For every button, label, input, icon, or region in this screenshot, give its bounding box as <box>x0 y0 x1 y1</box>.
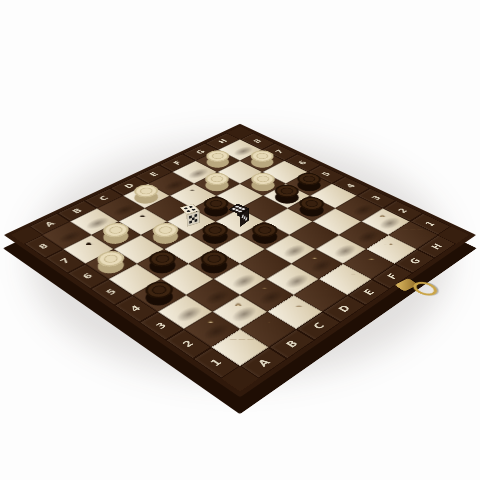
wooden-chess-box: ABCDEFGH8♟♟♟♟♟♞8776655443♟♟♟♟♟32♜♞♝♛♚♝♞♜… <box>4 124 476 398</box>
perspective-scene: ABCDEFGH8♟♟♟♟♟♞8776655443♟♟♟♟♟32♜♞♝♛♚♝♞♜… <box>73 68 407 402</box>
white-die-face-south <box>186 211 200 227</box>
black-die <box>228 216 249 227</box>
white-die <box>180 216 200 227</box>
chess-board-grid: ABCDEFGH8♟♟♟♟♟♞8776655443♟♟♟♟♟32♜♞♝♛♚♝♞♜… <box>11 127 469 392</box>
product-photo-stage: ABCDEFGH8♟♟♟♟♟♞8776655443♟♟♟♟♟32♜♞♝♛♚♝♞♜… <box>0 0 480 480</box>
